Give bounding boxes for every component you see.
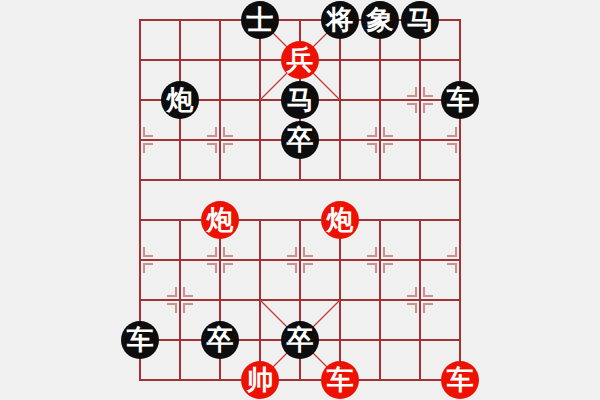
piece-black-general[interactable]: 将 [321,1,359,39]
piece-black-cannon[interactable]: 炮 [161,81,199,119]
piece-red-chariot[interactable]: 车 [321,361,359,399]
piece-black-horse[interactable]: 马 [401,1,439,39]
piece-black-soldier[interactable]: 卒 [281,321,319,359]
piece-black-chariot[interactable]: 车 [441,81,479,119]
piece-red-general[interactable]: 帅 [241,361,279,399]
piece-black-chariot[interactable]: 车 [121,321,159,359]
xiangqi-board[interactable]: 士将象马兵炮马车卒炮炮车卒卒帅车车 [0,0,600,400]
xiangqi-screen: 士将象马兵炮马车卒炮炮车卒卒帅车车 [0,0,600,400]
piece-black-soldier[interactable]: 卒 [201,321,239,359]
piece-black-soldier[interactable]: 卒 [281,121,319,159]
piece-red-cannon[interactable]: 炮 [201,201,239,239]
piece-red-soldier[interactable]: 兵 [281,41,319,79]
piece-red-chariot[interactable]: 车 [441,361,479,399]
piece-black-horse[interactable]: 马 [281,81,319,119]
piece-red-cannon[interactable]: 炮 [321,201,359,239]
piece-black-advisor[interactable]: 士 [241,1,279,39]
piece-black-elephant[interactable]: 象 [361,1,399,39]
